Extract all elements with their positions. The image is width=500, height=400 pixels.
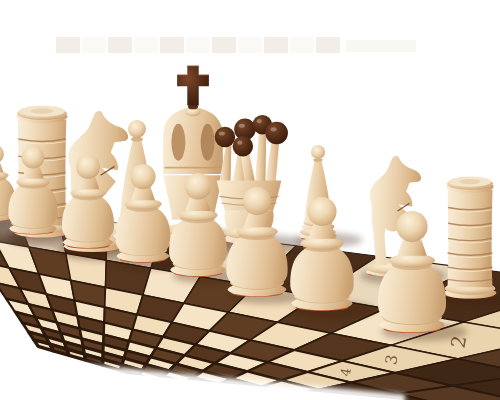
- product-photo-stage: 234: [0, 0, 500, 400]
- piece-white-rook-a1: [444, 177, 497, 299]
- piece-white-pawn-c2: [290, 197, 353, 311]
- chess-pieces-layer: [0, 0, 500, 400]
- piece-white-pawn-f2: [116, 164, 171, 263]
- piece-white-pawn-g2: [62, 155, 114, 249]
